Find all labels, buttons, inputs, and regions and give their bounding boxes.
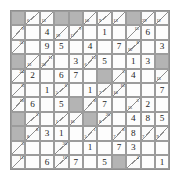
entry-cell-r5c10[interactable]: 7 — [155, 83, 169, 97]
entry-cell-r5c1[interactable] — [25, 83, 39, 97]
down-clue: 13 — [113, 19, 117, 24]
block-cell-r3c0 — [11, 54, 25, 68]
entry-digit: 1 — [127, 55, 139, 67]
down-clue: 10 — [113, 91, 117, 96]
entry-digit: 3 — [127, 142, 139, 154]
entry-cell-r9c2[interactable] — [40, 141, 54, 155]
entry-digit: 4 — [84, 41, 96, 53]
clue-cell-r0c9: 29 — [141, 11, 155, 25]
entry-cell-r2c3[interactable]: 5 — [54, 40, 68, 54]
entry-digit: 6 — [142, 26, 154, 38]
entry-cell-r3c6[interactable]: 5 — [97, 54, 111, 68]
entry-cell-r2c4[interactable] — [69, 40, 83, 54]
down-clue: 29 — [142, 19, 146, 24]
entry-cell-r2c10[interactable]: 3 — [155, 40, 169, 54]
entry-digit: 8 — [127, 127, 139, 139]
across-clue: 26 — [106, 113, 110, 118]
entry-cell-r10c2[interactable]: 6 — [40, 155, 54, 169]
down-clue: 9 — [157, 135, 159, 140]
entry-cell-r1c10[interactable] — [155, 25, 169, 39]
across-clue: 16 — [63, 156, 67, 161]
entry-cell-r6c2[interactable] — [40, 97, 54, 111]
block-cell-r7c0 — [11, 112, 25, 126]
entry-digit: 1 — [84, 84, 96, 96]
entry-cell-r3c7[interactable] — [112, 54, 126, 68]
clue-cell-r10c0: 11 — [11, 155, 25, 169]
down-clue: 10 — [85, 19, 89, 24]
clue-cell-r4c7: 5 — [112, 69, 126, 83]
entry-digit: 2 — [26, 70, 38, 82]
across-clue: 30 — [63, 142, 67, 147]
entry-cell-r1c9[interactable]: 6 — [141, 25, 155, 39]
across-clue: 4 — [137, 156, 139, 161]
down-clue: 7 — [113, 135, 115, 140]
entry-cell-r1c1[interactable] — [25, 25, 39, 39]
across-clue: 5 — [36, 113, 38, 118]
entry-digit: 5 — [98, 156, 110, 168]
down-clue: 19 — [56, 34, 60, 39]
clue-cell-r1c8: 15 — [126, 25, 140, 39]
entry-cell-r10c4[interactable]: 7 — [69, 155, 83, 169]
across-clue: 5 — [21, 142, 23, 147]
entry-cell-r6c10[interactable] — [155, 97, 169, 111]
entry-digit: 7 — [156, 84, 168, 96]
entry-digit: 5 — [55, 98, 67, 110]
clue-cell-r7c6: 826 — [97, 112, 111, 126]
entry-digit: 1 — [156, 156, 168, 168]
entry-digit: 2 — [142, 98, 154, 110]
entry-cell-r2c7[interactable]: 7 — [112, 40, 126, 54]
clue-cell-r8c9: 7 — [141, 126, 155, 140]
clue-cell-r0c1: 6 — [25, 11, 39, 25]
block-cell-r10c7 — [112, 155, 126, 169]
entry-digit: 5 — [55, 41, 67, 53]
entry-cell-r2c9[interactable] — [141, 40, 155, 54]
clue-cell-r3c2: 2811 — [40, 54, 54, 68]
entry-cell-r8c2[interactable]: 3 — [40, 126, 54, 140]
block-cell-r0c8 — [126, 11, 140, 25]
clue-cell-r10c3: 16 — [54, 155, 68, 169]
entry-cell-r4c1[interactable]: 2 — [25, 69, 39, 83]
entry-cell-r4c4[interactable]: 7 — [69, 69, 83, 83]
entry-cell-r9c5[interactable]: 1 — [83, 141, 97, 155]
entry-cell-r2c5[interactable]: 4 — [83, 40, 97, 54]
entry-cell-r1c5[interactable] — [83, 25, 97, 39]
entry-digit: 4 — [127, 70, 139, 82]
block-cell-r6c4 — [69, 97, 83, 111]
across-clue: 9 — [21, 27, 23, 32]
down-clue: 28 — [41, 63, 45, 68]
across-clue: 16 — [120, 84, 124, 89]
across-clue: 6 — [21, 84, 23, 89]
entry-cell-r9c10[interactable] — [155, 141, 169, 155]
down-clue: 8 — [99, 120, 101, 125]
across-clue: 24 — [19, 70, 23, 75]
across-clue: 8 — [36, 128, 38, 133]
entry-cell-r5c5[interactable]: 1 — [83, 83, 97, 97]
clue-cell-r7c4: 16 — [69, 112, 83, 126]
clue-cell-r0c5: 10 — [83, 11, 97, 25]
clue-cell-r8c10: 9 — [155, 126, 169, 140]
entry-cell-r6c9[interactable]: 2 — [141, 97, 155, 111]
across-clue: 11 — [48, 56, 52, 61]
entry-cell-r7c2[interactable] — [40, 112, 54, 126]
entry-cell-r7c10[interactable]: 5 — [155, 112, 169, 126]
down-clue: 7 — [99, 91, 101, 96]
across-clue: 15 — [135, 27, 139, 32]
down-clue: 15 — [157, 77, 161, 82]
down-clue: 7 — [142, 135, 144, 140]
entry-cell-r9c8[interactable]: 3 — [126, 141, 140, 155]
entry-cell-r4c2[interactable] — [40, 69, 54, 83]
across-clue: 8 — [93, 99, 95, 104]
down-clue: 16 — [70, 120, 74, 125]
kakuro-puzzle-page: 6131091329129419179115631954710831328113… — [0, 0, 180, 180]
across-clue: 13 — [91, 56, 95, 61]
clue-cell-r4c10: 15 — [155, 69, 169, 83]
clue-cell-r8c1: 88 — [25, 126, 39, 140]
kakuro-board: 6131091329129419179115631954710831328113… — [10, 10, 170, 170]
entry-cell-r8c8[interactable]: 8 — [126, 126, 140, 140]
entry-digit: 5 — [98, 55, 110, 67]
entry-digit: 1 — [41, 84, 53, 96]
entry-cell-r4c5[interactable] — [83, 69, 97, 83]
clue-cell-r9c0: 5 — [11, 141, 25, 155]
entry-digit: 6 — [55, 70, 67, 82]
entry-digit: 6 — [41, 156, 53, 168]
entry-digit: 3 — [70, 55, 82, 67]
entry-digit: 7 — [98, 98, 110, 110]
entry-cell-r5c4[interactable] — [69, 83, 83, 97]
entry-digit: 7 — [113, 142, 125, 154]
clue-cell-r0c2: 13 — [40, 11, 54, 25]
across-clue: 1 — [93, 128, 95, 133]
entry-cell-r10c10[interactable]: 1 — [155, 155, 169, 169]
entry-digit: 4 — [41, 26, 53, 38]
down-clue: 12 — [157, 19, 161, 24]
clue-cell-r5c3: 56 — [54, 83, 68, 97]
clue-cell-r2c8: 108 — [126, 40, 140, 54]
block-cell-r0c4 — [69, 11, 83, 25]
across-clue: 8 — [137, 41, 139, 46]
entry-digit: 3 — [156, 41, 168, 53]
entry-cell-r7c7[interactable] — [112, 112, 126, 126]
entry-cell-r9c1[interactable] — [25, 141, 39, 155]
clue-cell-r6c0: 18 — [11, 97, 25, 111]
entry-cell-r7c9[interactable]: 8 — [141, 112, 155, 126]
across-clue: 18 — [19, 99, 23, 104]
entry-cell-r4c8[interactable]: 4 — [126, 69, 140, 83]
clue-cell-r3c1: 13 — [25, 54, 39, 68]
across-clue: 5 — [137, 99, 139, 104]
clue-cell-r2c0: 31 — [11, 40, 25, 54]
entry-digit: 7 — [70, 70, 82, 82]
entry-cell-r8c6[interactable] — [97, 126, 111, 140]
entry-cell-r6c6[interactable]: 7 — [97, 97, 111, 111]
across-clue: 8 — [122, 128, 124, 133]
block-cell-r0c3 — [54, 11, 68, 25]
entry-digit: 7 — [70, 156, 82, 168]
entry-cell-r1c6[interactable]: 1 — [97, 25, 111, 39]
entry-cell-r5c8[interactable] — [126, 83, 140, 97]
clue-cell-r1c0: 9 — [11, 25, 25, 39]
entry-digit: 3 — [142, 55, 154, 67]
entry-cell-r10c5[interactable] — [83, 155, 97, 169]
entry-digit: 1 — [55, 127, 67, 139]
across-clue: 31 — [19, 41, 23, 46]
clue-cell-r0c10: 12 — [155, 11, 169, 25]
clue-cell-r9c3: 30 — [54, 141, 68, 155]
down-clue: 6 — [85, 63, 87, 68]
clue-cell-r5c6: 7 — [97, 83, 111, 97]
entry-digit: 6 — [26, 98, 38, 110]
entry-cell-r8c3[interactable]: 1 — [54, 126, 68, 140]
clue-cell-r6c5: 8 — [83, 97, 97, 111]
clue-cell-r6c8: 155 — [126, 97, 140, 111]
entry-cell-r3c4[interactable]: 3 — [69, 54, 83, 68]
down-clue: 6 — [27, 19, 29, 24]
entry-cell-r3c3[interactable] — [54, 54, 68, 68]
entry-cell-r9c4[interactable] — [69, 141, 83, 155]
entry-digit: 8 — [142, 113, 154, 125]
across-clue: 6 — [65, 84, 67, 89]
clue-cell-r7c3: 1 — [54, 112, 68, 126]
block-cell-r3c10 — [155, 54, 169, 68]
clue-cell-r1c4: 179 — [69, 25, 83, 39]
entry-cell-r6c3[interactable]: 5 — [54, 97, 68, 111]
down-clue: 1 — [56, 120, 58, 125]
across-clue: 5 — [122, 70, 124, 75]
entry-cell-r4c3[interactable]: 6 — [54, 69, 68, 83]
clue-cell-r8c5: 51 — [83, 126, 97, 140]
clue-cell-r5c0: 6 — [11, 83, 25, 97]
clue-cell-r3c5: 613 — [83, 54, 97, 68]
entry-digit: 4 — [127, 113, 139, 125]
clue-cell-r0c7: 13 — [112, 11, 126, 25]
clue-cell-r7c1: 5 — [25, 112, 39, 126]
entry-cell-r3c9[interactable]: 3 — [141, 54, 155, 68]
down-clue: 15 — [128, 106, 132, 111]
block-cell-r4c6 — [97, 69, 111, 83]
entry-cell-r7c8[interactable]: 4 — [126, 112, 140, 126]
clue-cell-r5c7: 1016 — [112, 83, 126, 97]
entry-cell-r10c1[interactable] — [25, 155, 39, 169]
entry-cell-r5c9[interactable] — [141, 83, 155, 97]
entry-digit: 1 — [84, 142, 96, 154]
clue-cell-r4c0: 24 — [11, 69, 25, 83]
entry-cell-r2c2[interactable]: 9 — [40, 40, 54, 54]
block-cell-r0c0 — [11, 11, 25, 25]
block-cell-r7c5 — [83, 112, 97, 126]
entry-digit: 1 — [98, 26, 110, 38]
entry-digit: 9 — [41, 41, 53, 53]
down-clue: 9 — [99, 19, 101, 24]
entry-cell-r2c1[interactable] — [25, 40, 39, 54]
entry-cell-r8c4[interactable] — [69, 126, 83, 140]
clue-cell-r8c7: 78 — [112, 126, 126, 140]
entry-digit: 3 — [41, 127, 53, 139]
clue-cell-r0c6: 9 — [97, 11, 111, 25]
entry-cell-r4c9[interactable] — [141, 69, 155, 83]
down-clue: 8 — [27, 135, 29, 140]
entry-cell-r3c8[interactable]: 1 — [126, 54, 140, 68]
down-clue: 5 — [56, 91, 58, 96]
down-clue: 13 — [41, 19, 45, 24]
down-clue: 13 — [27, 63, 31, 68]
entry-cell-r6c7[interactable] — [112, 97, 126, 111]
across-clue: 9 — [79, 27, 81, 32]
entry-cell-r1c2[interactable]: 4 — [40, 25, 54, 39]
across-clue: 11 — [20, 156, 24, 161]
entry-cell-r9c6[interactable] — [97, 141, 111, 155]
entry-cell-r5c2[interactable]: 1 — [40, 83, 54, 97]
down-clue: 10 — [128, 48, 132, 53]
down-clue: 17 — [70, 34, 74, 39]
entry-digit: 7 — [113, 41, 125, 53]
clue-cell-r1c3: 19 — [54, 25, 68, 39]
block-cell-r8c0 — [11, 126, 25, 140]
entry-cell-r1c7[interactable] — [112, 25, 126, 39]
entry-cell-r6c1[interactable]: 6 — [25, 97, 39, 111]
entry-cell-r2c6[interactable] — [97, 40, 111, 54]
clue-cell-r10c8: 4 — [126, 155, 140, 169]
entry-digit: 5 — [156, 113, 168, 125]
down-clue: 5 — [85, 135, 87, 140]
entry-cell-r10c9[interactable] — [141, 155, 155, 169]
entry-cell-r9c9[interactable] — [141, 141, 155, 155]
entry-cell-r10c6[interactable]: 5 — [97, 155, 111, 169]
entry-cell-r9c7[interactable]: 7 — [112, 141, 126, 155]
